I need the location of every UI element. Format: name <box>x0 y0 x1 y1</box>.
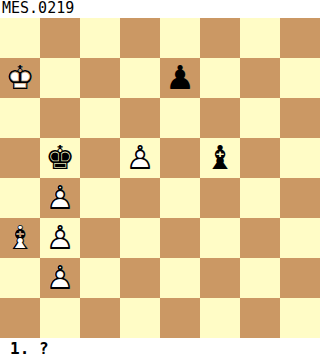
white-bishop[interactable]: ♝♗ <box>0 218 40 258</box>
square-e8[interactable] <box>160 18 200 58</box>
square-f1[interactable] <box>200 298 240 338</box>
square-e4[interactable] <box>160 178 200 218</box>
square-h2[interactable] <box>280 258 320 298</box>
square-b2[interactable]: ♟♙ <box>40 258 80 298</box>
square-g7[interactable] <box>240 58 280 98</box>
square-d2[interactable] <box>120 258 160 298</box>
square-c4[interactable] <box>80 178 120 218</box>
square-a4[interactable] <box>0 178 40 218</box>
square-g2[interactable] <box>240 258 280 298</box>
square-c6[interactable] <box>80 98 120 138</box>
square-d8[interactable] <box>120 18 160 58</box>
square-f3[interactable] <box>200 218 240 258</box>
square-f2[interactable] <box>200 258 240 298</box>
white-pawn[interactable]: ♟♙ <box>40 178 80 218</box>
window-title: MES.0219 <box>0 0 320 18</box>
white-pawn[interactable]: ♟♙ <box>40 218 80 258</box>
square-c2[interactable] <box>80 258 120 298</box>
square-a6[interactable] <box>0 98 40 138</box>
white-pawn[interactable]: ♟♙ <box>40 258 80 298</box>
square-g3[interactable] <box>240 218 280 258</box>
square-d5[interactable]: ♟♙ <box>120 138 160 178</box>
square-b7[interactable] <box>40 58 80 98</box>
square-b5[interactable]: ♚ <box>40 138 80 178</box>
square-b3[interactable]: ♟♙ <box>40 218 80 258</box>
square-a2[interactable] <box>0 258 40 298</box>
square-b1[interactable] <box>40 298 80 338</box>
square-d3[interactable] <box>120 218 160 258</box>
square-a8[interactable] <box>0 18 40 58</box>
square-h1[interactable] <box>280 298 320 338</box>
square-b6[interactable] <box>40 98 80 138</box>
square-h8[interactable] <box>280 18 320 58</box>
white-pawn-outline: ♙ <box>40 258 80 298</box>
square-g6[interactable] <box>240 98 280 138</box>
square-e6[interactable] <box>160 98 200 138</box>
chessboard: ♚♔♟♚♟♙♝♟♙♝♗♟♙♟♙ <box>0 18 320 338</box>
square-d1[interactable] <box>120 298 160 338</box>
square-e3[interactable] <box>160 218 200 258</box>
square-b4[interactable]: ♟♙ <box>40 178 80 218</box>
square-e7[interactable]: ♟ <box>160 58 200 98</box>
square-f6[interactable] <box>200 98 240 138</box>
square-c5[interactable] <box>80 138 120 178</box>
white-pawn-outline: ♙ <box>40 218 80 258</box>
square-g4[interactable] <box>240 178 280 218</box>
square-f5[interactable]: ♝ <box>200 138 240 178</box>
square-f7[interactable] <box>200 58 240 98</box>
square-c8[interactable] <box>80 18 120 58</box>
square-d7[interactable] <box>120 58 160 98</box>
white-pawn[interactable]: ♟♙ <box>120 138 160 178</box>
square-a7[interactable]: ♚♔ <box>0 58 40 98</box>
square-e2[interactable] <box>160 258 200 298</box>
black-pawn[interactable]: ♟ <box>160 58 200 98</box>
black-bishop[interactable]: ♝ <box>200 138 240 178</box>
square-f4[interactable] <box>200 178 240 218</box>
white-king-outline: ♔ <box>0 58 40 98</box>
square-d6[interactable] <box>120 98 160 138</box>
square-c7[interactable] <box>80 58 120 98</box>
white-bishop-outline: ♗ <box>0 218 40 258</box>
square-a3[interactable]: ♝♗ <box>0 218 40 258</box>
white-king[interactable]: ♚♔ <box>0 58 40 98</box>
square-h7[interactable] <box>280 58 320 98</box>
black-king[interactable]: ♚ <box>40 138 80 178</box>
square-f8[interactable] <box>200 18 240 58</box>
square-b8[interactable] <box>40 18 80 58</box>
square-h5[interactable] <box>280 138 320 178</box>
square-e1[interactable] <box>160 298 200 338</box>
square-h4[interactable] <box>280 178 320 218</box>
square-g8[interactable] <box>240 18 280 58</box>
square-h3[interactable] <box>280 218 320 258</box>
square-c1[interactable] <box>80 298 120 338</box>
square-d4[interactable] <box>120 178 160 218</box>
square-g1[interactable] <box>240 298 280 338</box>
white-pawn-outline: ♙ <box>40 178 80 218</box>
square-g5[interactable] <box>240 138 280 178</box>
move-prompt: 1. ? <box>0 338 320 360</box>
square-c3[interactable] <box>80 218 120 258</box>
square-a1[interactable] <box>0 298 40 338</box>
white-pawn-outline: ♙ <box>120 138 160 178</box>
square-h6[interactable] <box>280 98 320 138</box>
square-e5[interactable] <box>160 138 200 178</box>
square-a5[interactable] <box>0 138 40 178</box>
